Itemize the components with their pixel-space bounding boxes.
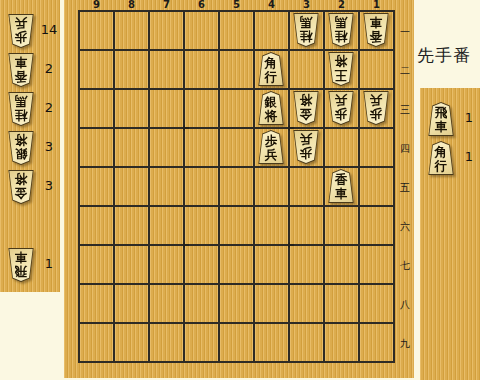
hand-count-gote-keima: 2 [39, 100, 59, 116]
rank-label-6: 六 [397, 207, 413, 246]
square-2-4[interactable] [325, 129, 358, 166]
square-1-1[interactable]: 香車 [360, 12, 393, 49]
square-1-4[interactable] [360, 129, 393, 166]
piece-kanji: 香車 [362, 13, 390, 47]
square-3-9[interactable] [290, 324, 323, 361]
shogi-board: 987654321 桂馬桂馬香車角行王将銀将金将歩兵歩兵歩兵歩兵香車 一二三四五… [64, 0, 414, 378]
square-9-2[interactable] [80, 51, 113, 88]
hand-slot-gote-fuhyo: 歩兵14 [0, 12, 60, 51]
sente-captured-tray: 飛車1角行1 [420, 88, 480, 380]
square-9-5[interactable] [80, 168, 113, 205]
square-1-8[interactable] [360, 285, 393, 322]
square-4-5[interactable] [255, 168, 288, 205]
square-6-1[interactable] [185, 12, 218, 49]
hand-count-gote-kinsho: 3 [39, 178, 59, 194]
hand-slot-gote-keima: 桂馬2 [0, 90, 60, 129]
piece-kanji: 歩兵 [362, 91, 390, 125]
square-5-7[interactable] [220, 246, 253, 283]
square-2-2[interactable]: 王将 [325, 51, 358, 88]
square-7-6[interactable] [150, 207, 183, 244]
square-8-5[interactable] [115, 168, 148, 205]
rank-labels: 一二三四五六七八九 [397, 12, 413, 365]
square-8-2[interactable] [115, 51, 148, 88]
piece-kanji: 角行 [257, 52, 285, 86]
square-9-6[interactable] [80, 207, 113, 244]
hand-slot-gote-kyosha: 香車2 [0, 51, 60, 90]
piece-sente-kyosha[interactable]: 香車 [327, 169, 355, 203]
piece-kanji: 桂馬 [327, 13, 355, 47]
square-8-4[interactable] [115, 129, 148, 166]
hand-slot-sente-hisha: 飛車1 [420, 100, 480, 139]
square-6-4[interactable] [185, 129, 218, 166]
square-4-9[interactable] [255, 324, 288, 361]
piece-kanji: 飛車 [427, 102, 455, 136]
square-8-8[interactable] [115, 285, 148, 322]
square-3-8[interactable] [290, 285, 323, 322]
file-label-7: 7 [149, 0, 184, 10]
rank-label-1: 一 [397, 12, 413, 51]
hand-slot-gote-hisha: 飛車1 [0, 246, 60, 285]
square-1-2[interactable] [360, 51, 393, 88]
hand-count-gote-fuhyo: 14 [39, 22, 59, 38]
piece-sente-fuhyo[interactable]: 歩兵 [257, 130, 285, 164]
piece-gote-fuhyo[interactable]: 歩兵 [362, 91, 390, 125]
piece-gote-kinsho[interactable]: 金将 [7, 170, 35, 204]
square-4-1[interactable] [255, 12, 288, 49]
piece-gote-ginsho[interactable]: 銀将 [7, 131, 35, 165]
square-8-6[interactable] [115, 207, 148, 244]
piece-gote-keima[interactable]: 桂馬 [327, 13, 355, 47]
square-7-2[interactable] [150, 51, 183, 88]
square-9-8[interactable] [80, 285, 113, 322]
square-7-9[interactable] [150, 324, 183, 361]
rank-label-8: 八 [397, 285, 413, 324]
square-2-7[interactable] [325, 246, 358, 283]
hand-slot-gote-kinsho: 金将3 [0, 168, 60, 207]
square-2-8[interactable] [325, 285, 358, 322]
square-3-2[interactable] [290, 51, 323, 88]
square-6-2[interactable] [185, 51, 218, 88]
square-2-6[interactable] [325, 207, 358, 244]
square-8-9[interactable] [115, 324, 148, 361]
rank-label-5: 五 [397, 168, 413, 207]
square-3-4[interactable]: 歩兵 [290, 129, 323, 166]
rank-label-7: 七 [397, 246, 413, 285]
turn-indicator: 先手番 [417, 44, 471, 67]
square-7-8[interactable] [150, 285, 183, 322]
square-6-9[interactable] [185, 324, 218, 361]
square-1-5[interactable] [360, 168, 393, 205]
file-label-3: 3 [289, 0, 324, 10]
square-4-8[interactable] [255, 285, 288, 322]
hand-slot-gote-ginsho: 銀将3 [0, 129, 60, 168]
piece-kanji: 金将 [7, 170, 35, 204]
square-2-5[interactable]: 香車 [325, 168, 358, 205]
gote-captured-tray: 歩兵14香車2桂馬2銀将3金将3飛車1 [0, 0, 60, 292]
square-6-3[interactable] [185, 90, 218, 127]
square-5-6[interactable] [220, 207, 253, 244]
square-4-7[interactable] [255, 246, 288, 283]
shogi-diagram: 歩兵14香車2桂馬2銀将3金将3飛車1 987654321 桂馬桂馬香車角行王将… [0, 0, 480, 380]
square-5-4[interactable] [220, 129, 253, 166]
square-1-7[interactable] [360, 246, 393, 283]
hand-count-gote-ginsho: 3 [39, 139, 59, 155]
piece-gote-hisha[interactable]: 飛車 [7, 248, 35, 282]
file-label-4: 4 [254, 0, 289, 10]
rank-label-2: 二 [397, 51, 413, 90]
piece-kanji: 角行 [427, 141, 455, 175]
square-9-1[interactable] [80, 12, 113, 49]
hand-count-sente-kakugyo: 1 [459, 149, 479, 165]
hand-slot-sente-kakugyo: 角行1 [420, 139, 480, 178]
square-5-2[interactable] [220, 51, 253, 88]
square-4-6[interactable] [255, 207, 288, 244]
piece-gote-fuhyo[interactable]: 歩兵 [7, 14, 35, 48]
square-4-4[interactable]: 歩兵 [255, 129, 288, 166]
piece-gote-kyosha[interactable]: 香車 [362, 13, 390, 47]
square-5-5[interactable] [220, 168, 253, 205]
piece-gote-kinsho[interactable]: 金将 [292, 91, 320, 125]
file-label-9: 9 [79, 0, 114, 10]
piece-gote-kyosha[interactable]: 香車 [7, 53, 35, 87]
square-6-7[interactable] [185, 246, 218, 283]
square-6-5[interactable] [185, 168, 218, 205]
square-1-6[interactable] [360, 207, 393, 244]
piece-gote-keima[interactable]: 桂馬 [292, 13, 320, 47]
piece-kanji: 歩兵 [257, 130, 285, 164]
square-9-9[interactable] [80, 324, 113, 361]
square-1-9[interactable] [360, 324, 393, 361]
square-2-9[interactable] [325, 324, 358, 361]
piece-gote-fuhyo[interactable]: 歩兵 [327, 91, 355, 125]
square-7-7[interactable] [150, 246, 183, 283]
square-6-8[interactable] [185, 285, 218, 322]
piece-kanji: 王将 [327, 52, 355, 86]
piece-kanji: 歩兵 [292, 130, 320, 164]
piece-gote-osho[interactable]: 王将 [327, 52, 355, 86]
file-label-5: 5 [219, 0, 254, 10]
square-4-2[interactable]: 角行 [255, 51, 288, 88]
piece-kanji: 銀将 [7, 131, 35, 165]
hand-count-sente-hisha: 1 [459, 110, 479, 126]
file-label-8: 8 [114, 0, 149, 10]
rank-label-4: 四 [397, 129, 413, 168]
piece-kanji: 歩兵 [327, 91, 355, 125]
piece-kanji: 飛車 [7, 248, 35, 282]
square-7-4[interactable] [150, 129, 183, 166]
square-3-7[interactable] [290, 246, 323, 283]
square-9-3[interactable] [80, 90, 113, 127]
hand-count-gote-hisha: 1 [39, 256, 59, 272]
square-3-3[interactable]: 金将 [290, 90, 323, 127]
piece-kanji: 桂馬 [292, 13, 320, 47]
hand-count-gote-kyosha: 2 [39, 61, 59, 77]
square-3-1[interactable]: 桂馬 [290, 12, 323, 49]
piece-kanji: 桂馬 [7, 92, 35, 126]
piece-sente-kakugyo[interactable]: 角行 [427, 141, 455, 175]
square-5-8[interactable] [220, 285, 253, 322]
rank-label-9: 九 [397, 324, 413, 363]
piece-kanji: 香車 [327, 169, 355, 203]
piece-sente-ginsho[interactable]: 銀将 [257, 91, 285, 125]
square-7-3[interactable] [150, 90, 183, 127]
file-label-2: 2 [324, 0, 359, 10]
piece-gote-keima[interactable]: 桂馬 [7, 92, 35, 126]
square-8-3[interactable] [115, 90, 148, 127]
board-grid: 桂馬桂馬香車角行王将銀将金将歩兵歩兵歩兵歩兵香車 [78, 10, 395, 363]
square-5-3[interactable] [220, 90, 253, 127]
piece-kanji: 金将 [292, 91, 320, 125]
square-2-1[interactable]: 桂馬 [325, 12, 358, 49]
square-3-6[interactable] [290, 207, 323, 244]
square-5-9[interactable] [220, 324, 253, 361]
rank-label-3: 三 [397, 90, 413, 129]
square-2-3[interactable]: 歩兵 [325, 90, 358, 127]
square-1-3[interactable]: 歩兵 [360, 90, 393, 127]
square-8-1[interactable] [115, 12, 148, 49]
piece-gote-fuhyo[interactable]: 歩兵 [292, 130, 320, 164]
file-label-1: 1 [359, 0, 394, 10]
square-3-5[interactable] [290, 168, 323, 205]
piece-kanji: 歩兵 [7, 14, 35, 48]
square-8-7[interactable] [115, 246, 148, 283]
square-6-6[interactable] [185, 207, 218, 244]
square-9-4[interactable] [80, 129, 113, 166]
square-7-1[interactable] [150, 12, 183, 49]
square-9-7[interactable] [80, 246, 113, 283]
square-4-3[interactable]: 銀将 [255, 90, 288, 127]
square-7-5[interactable] [150, 168, 183, 205]
piece-sente-hisha[interactable]: 飛車 [427, 102, 455, 136]
square-5-1[interactable] [220, 12, 253, 49]
file-label-6: 6 [184, 0, 219, 10]
piece-kanji: 銀将 [257, 91, 285, 125]
piece-sente-kakugyo[interactable]: 角行 [257, 52, 285, 86]
piece-kanji: 香車 [7, 53, 35, 87]
